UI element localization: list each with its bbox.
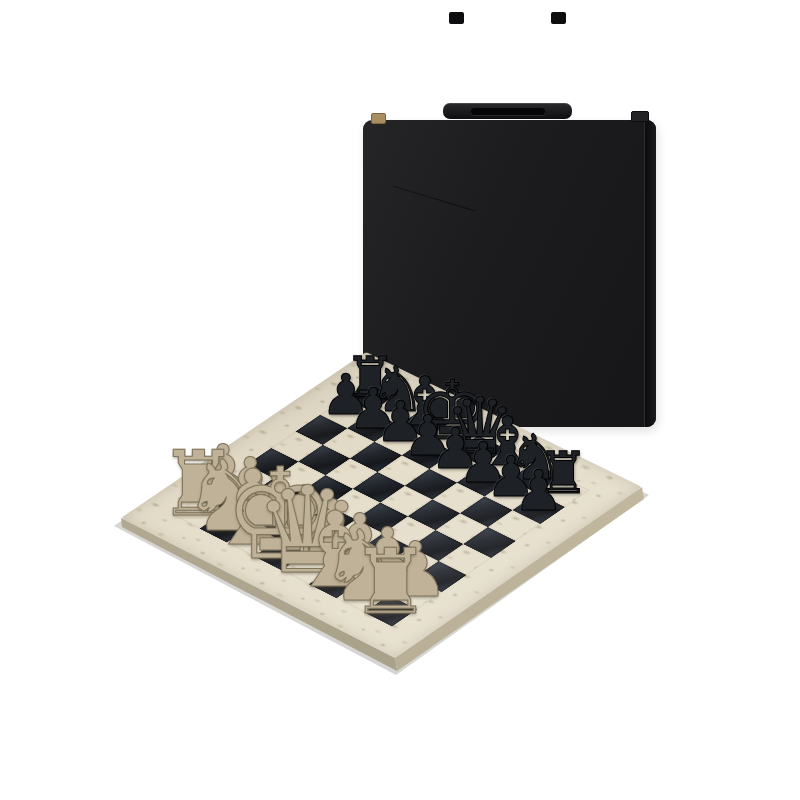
case-left-hinge bbox=[371, 113, 386, 124]
handle-mount-right bbox=[551, 12, 566, 24]
case-handle bbox=[443, 103, 572, 119]
handle-mount-left bbox=[449, 12, 464, 24]
case-spine bbox=[644, 120, 656, 427]
product-photo-scene: ♜♞♝♛♚♝♞♜♟♟♟♟♟♟♟♟♟♟♟♟♟♟♟♟♜♞♝♛♚♝♞♜ bbox=[0, 0, 800, 800]
piece-black-pawn[interactable]: ♟ bbox=[514, 463, 564, 519]
case-crease bbox=[393, 185, 476, 211]
handle-grip-slot bbox=[471, 108, 545, 115]
case-right-hinge bbox=[631, 111, 649, 122]
piece-white-rook[interactable]: ♜ bbox=[350, 537, 431, 627]
